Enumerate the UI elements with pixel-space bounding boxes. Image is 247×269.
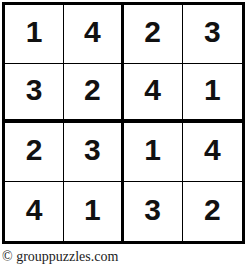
- cell-digit: 3: [144, 195, 161, 225]
- cell-digit: 4: [204, 135, 221, 165]
- sudoku-board: 1 4 2 3 3 2 4 1 2 3 1 4 4 1 3 2: [2, 2, 245, 244]
- sudoku-cell-r1c1[interactable]: 1: [5, 5, 64, 64]
- cell-digit: 2: [204, 195, 221, 225]
- sudoku-cell-r2c2[interactable]: 2: [64, 64, 123, 123]
- sudoku-cell-r2c4[interactable]: 1: [183, 64, 242, 123]
- sudoku-cell-r4c2[interactable]: 1: [64, 182, 123, 241]
- cell-digit: 2: [84, 75, 101, 105]
- cell-digit: 4: [144, 75, 161, 105]
- cell-digit: 4: [84, 17, 101, 47]
- cell-digit: 1: [26, 17, 43, 47]
- cell-digit: 1: [204, 75, 221, 105]
- sudoku-cell-r4c1[interactable]: 4: [5, 182, 64, 241]
- sudoku-cell-r4c4[interactable]: 2: [183, 182, 242, 241]
- sudoku-cell-r1c3[interactable]: 2: [124, 5, 183, 64]
- cell-digit: 3: [84, 135, 101, 165]
- cell-digit: 1: [144, 135, 161, 165]
- sudoku-cell-r3c2[interactable]: 3: [64, 123, 123, 182]
- sudoku-cell-r1c4[interactable]: 3: [183, 5, 242, 64]
- sudoku-cell-r1c2[interactable]: 4: [64, 5, 123, 64]
- sudoku-cell-r3c3[interactable]: 1: [124, 123, 183, 182]
- sudoku-cell-r3c1[interactable]: 2: [5, 123, 64, 182]
- cell-digit: 3: [204, 17, 221, 47]
- cell-digit: 3: [26, 75, 43, 105]
- cell-digit: 2: [144, 17, 161, 47]
- sudoku-cell-r4c3[interactable]: 3: [124, 182, 183, 241]
- sudoku-cell-r2c1[interactable]: 3: [5, 64, 64, 123]
- cell-digit: 2: [26, 135, 43, 165]
- sudoku-cell-r2c3[interactable]: 4: [124, 64, 183, 123]
- copyright-text: © grouppuzzles.com: [2, 249, 118, 265]
- cell-digit: 1: [84, 195, 101, 225]
- cell-digit: 4: [26, 195, 43, 225]
- sudoku-cell-r3c4[interactable]: 4: [183, 123, 242, 182]
